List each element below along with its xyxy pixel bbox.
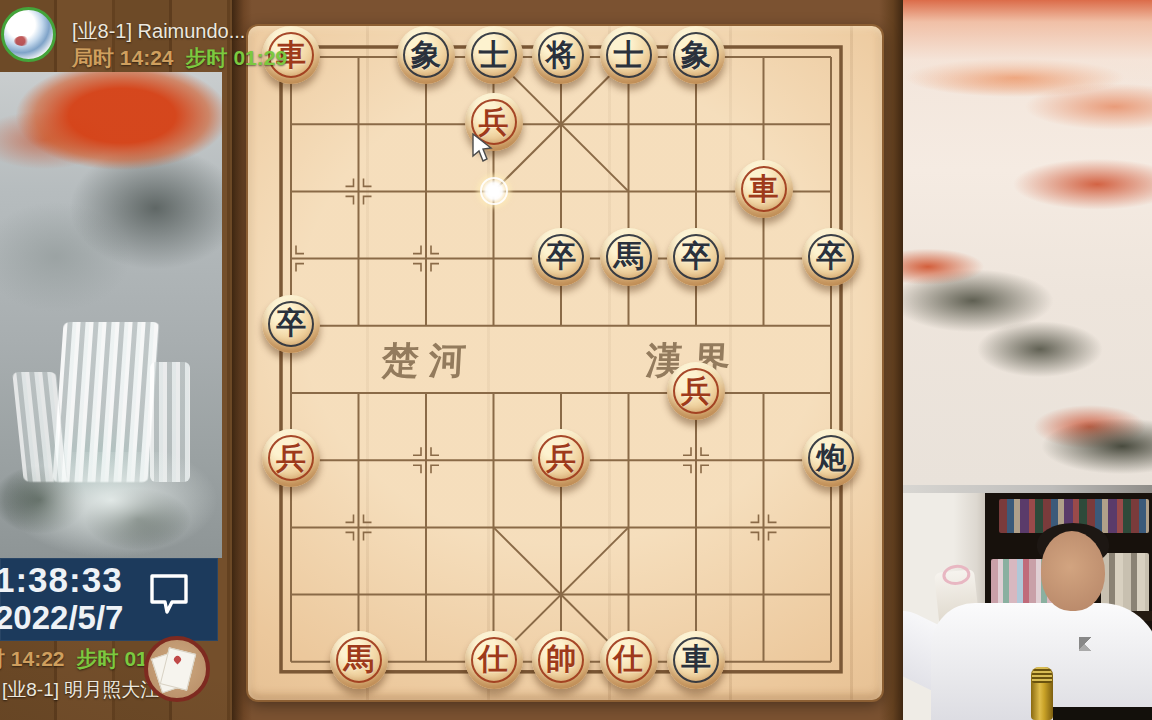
piece-black-elephant[interactable]: 象 <box>667 26 725 84</box>
piece-black-cannon[interactable]: 炮 <box>802 429 860 487</box>
piece-red-soldier[interactable]: 兵 <box>667 362 725 420</box>
piece-black-general[interactable]: 将 <box>532 26 590 84</box>
mouse-cursor <box>471 133 493 163</box>
piece-black-soldier[interactable]: 卒 <box>802 228 860 286</box>
opponent-hud: [业8-1] Raimundo... 局时 14:24步时 01:29 <box>0 0 232 72</box>
opponent-clocks: 局时 14:24步时 01:29 <box>72 44 287 72</box>
chat-bubble-icon[interactable] <box>148 572 190 616</box>
piece-black-horse[interactable]: 馬 <box>600 228 658 286</box>
piece-red-advisor[interactable]: 仕 <box>600 631 658 689</box>
shirt-logo <box>1079 637 1095 651</box>
player-name: [业8-1] 明月照大江 <box>2 677 159 703</box>
player-hud: 时 14:22步时 01:30 [业8-1] 明月照大江 <box>0 641 232 720</box>
opponent-avatar[interactable] <box>1 7 56 62</box>
piece-black-soldier[interactable]: 卒 <box>532 228 590 286</box>
clock-overlay: 1:38:33 2022/5/7 <box>0 558 218 641</box>
piece-red-soldier[interactable]: 兵 <box>262 429 320 487</box>
opponent-name: [业8-1] Raimundo... <box>72 18 245 45</box>
piece-red-soldier[interactable]: 兵 <box>532 429 590 487</box>
piece-black-chariot[interactable]: 車 <box>667 631 725 689</box>
streamer-face <box>1041 531 1105 611</box>
piece-red-horse[interactable]: 馬 <box>330 631 388 689</box>
piece-red-advisor[interactable]: 仕 <box>465 631 523 689</box>
clock-time: 1:38:33 <box>0 560 123 600</box>
piece-black-soldier[interactable]: 卒 <box>262 295 320 353</box>
piece-black-advisor[interactable]: 士 <box>600 26 658 84</box>
piece-red-chariot[interactable]: 車 <box>735 160 793 218</box>
river-label-chu: 楚河 <box>381 336 478 386</box>
xiangqi-board-frame: 楚河 漢界 車象士将士象兵車卒馬卒卒卒兵兵兵炮馬仕帥仕車 <box>232 0 903 720</box>
opponent-game-time: 局时 14:24 <box>72 46 174 69</box>
player-avatar[interactable] <box>144 636 210 702</box>
clock-date: 2022/5/7 <box>0 599 123 637</box>
piece-black-elephant[interactable]: 象 <box>397 26 455 84</box>
piece-black-soldier[interactable]: 卒 <box>667 228 725 286</box>
webcam-video <box>903 485 1152 720</box>
piece-red-general[interactable]: 帥 <box>532 631 590 689</box>
left-scenery-photo <box>0 72 222 558</box>
right-scenery-photo <box>903 0 1152 485</box>
player-game-time: 14:22 <box>5 647 65 670</box>
microphone <box>1031 667 1053 720</box>
stream-screen: 楚河 漢界 車象士将士象兵車卒馬卒卒卒兵兵兵炮馬仕帥仕車 [业8-1] Raim… <box>0 0 1152 720</box>
board-grid <box>248 26 882 700</box>
opponent-move-time: 步时 01:29 <box>186 46 288 69</box>
webcam-top-strip <box>903 485 1152 493</box>
mist <box>0 452 222 558</box>
piece-black-advisor[interactable]: 士 <box>465 26 523 84</box>
xiangqi-board[interactable]: 楚河 漢界 車象士将士象兵車卒馬卒卒卒兵兵兵炮馬仕帥仕車 <box>248 26 882 700</box>
desk <box>1053 707 1152 720</box>
